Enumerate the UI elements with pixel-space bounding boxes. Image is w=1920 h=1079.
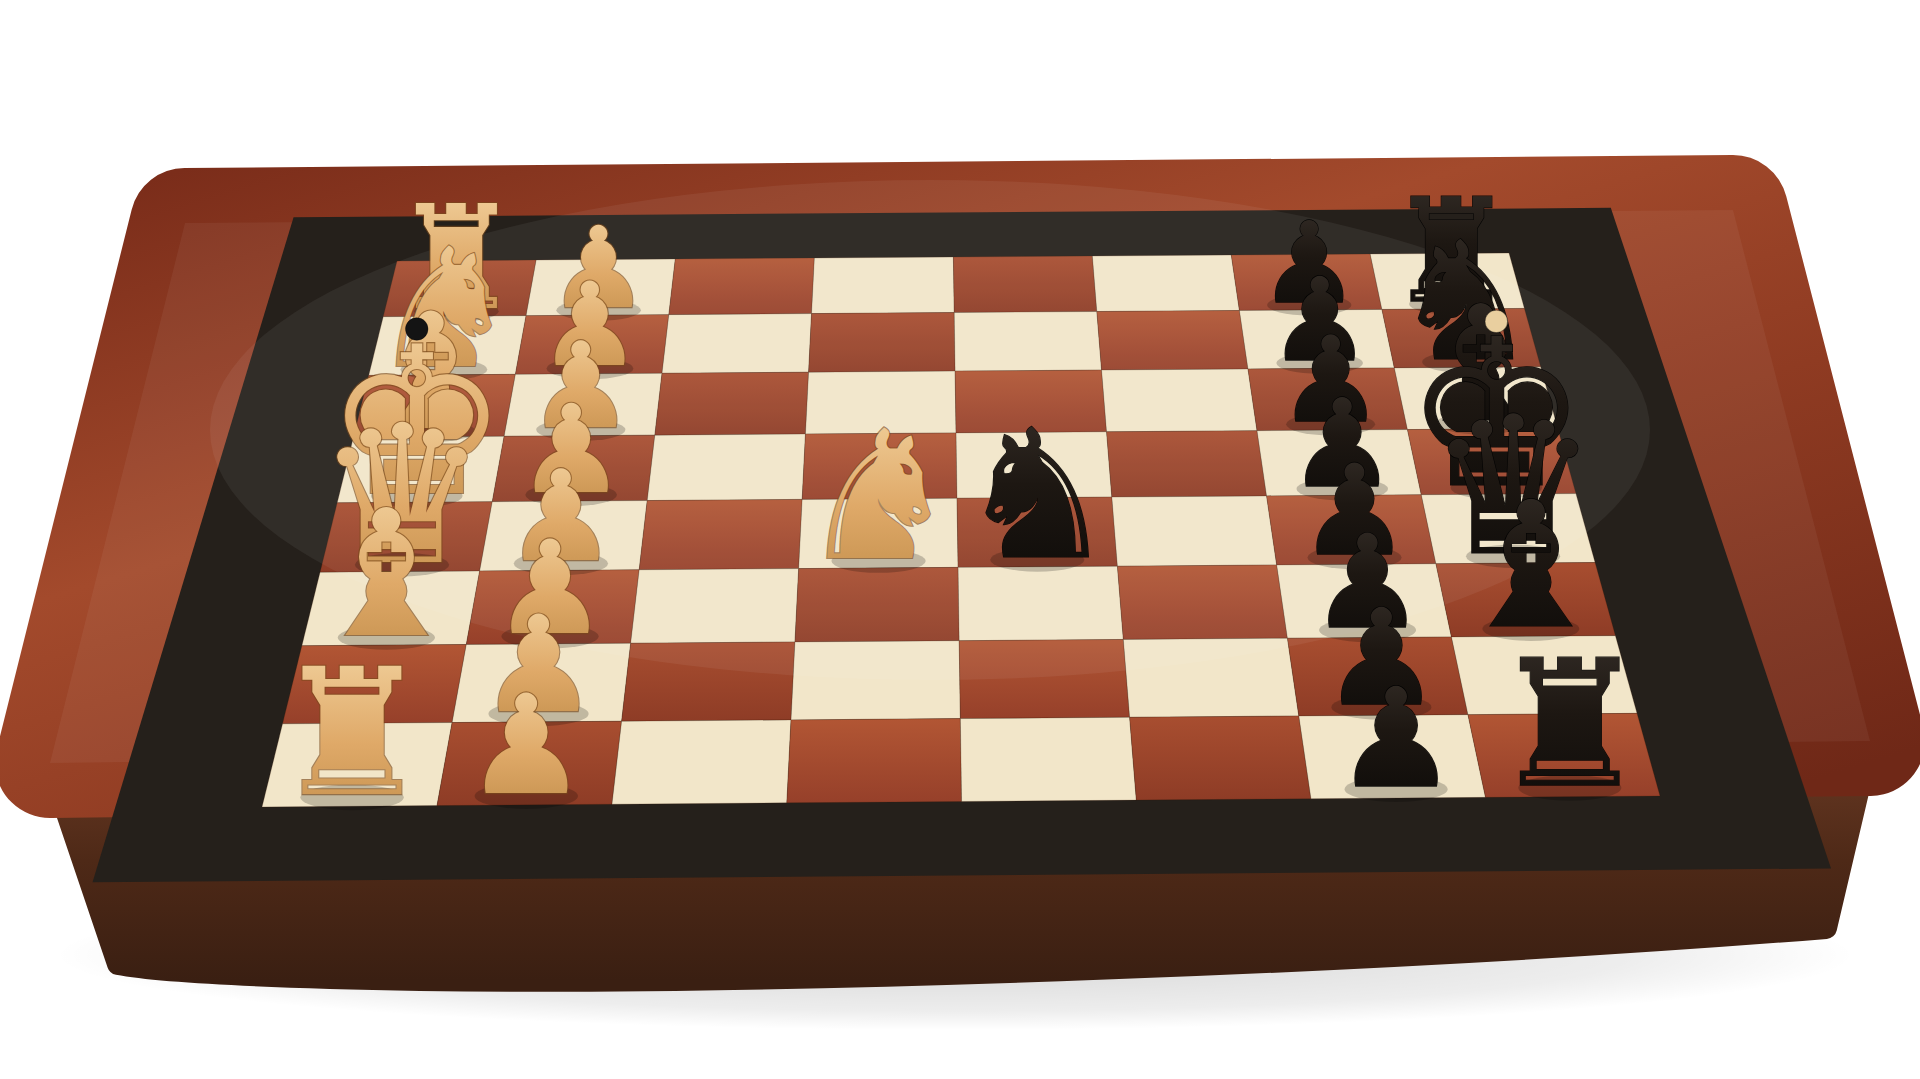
chessboard: ♜♟♟♜♞♟♟♞♝♟♟♝♚♟♟♚♛♟♞♞♟♛♝♟♟♝♟♟♜♟♟♜ xyxy=(0,0,1920,1079)
white-rook-h1[interactable]: ♜ xyxy=(273,631,431,835)
black-rook-h8[interactable]: ♜ xyxy=(1491,622,1648,826)
square-h5[interactable] xyxy=(960,717,1136,801)
white-king-black-ball-finial xyxy=(405,318,428,341)
black-pawn-h7[interactable]: ♟ xyxy=(1335,658,1458,818)
square-h3[interactable] xyxy=(612,720,791,804)
black-p-glyph: ♟ xyxy=(1335,658,1458,818)
white-r-glyph: ♜ xyxy=(273,631,431,835)
black-n-glyph: ♞ xyxy=(957,391,1117,599)
black-r-glyph: ♜ xyxy=(1491,622,1648,826)
black-knight-e5[interactable]: ♞ xyxy=(957,391,1117,599)
square-h4[interactable] xyxy=(787,719,962,803)
square-h6[interactable] xyxy=(1130,716,1311,800)
white-knight-e4[interactable]: ♞ xyxy=(798,392,959,600)
white-p-glyph: ♟ xyxy=(465,665,588,825)
black-king-boxwood-ball-finial xyxy=(1485,310,1507,332)
chess-set-photo: ♜♟♟♜♞♟♟♞♝♟♟♝♚♟♟♚♛♟♞♞♟♛♝♟♟♝♟♟♜♟♟♜ xyxy=(0,0,1920,1079)
white-n-glyph: ♞ xyxy=(798,392,959,600)
white-pawn-h2[interactable]: ♟ xyxy=(465,665,588,825)
